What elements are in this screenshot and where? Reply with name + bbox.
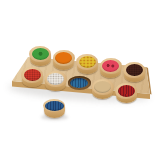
board-slot-r1c2[interactable] bbox=[53, 50, 77, 71]
piece-red-sandpaper-disc[interactable] bbox=[21, 67, 43, 88]
loose-piece-blue-disc[interactable] bbox=[43, 99, 65, 119]
board-slot-r2c1[interactable] bbox=[21, 67, 45, 88]
piece-face bbox=[32, 48, 49, 60]
board-slot-r2c3[interactable] bbox=[68, 75, 92, 96]
piece-face bbox=[55, 52, 72, 64]
piece-face bbox=[94, 81, 111, 93]
board-slot-r2c2[interactable] bbox=[45, 71, 69, 92]
piece-face bbox=[102, 60, 119, 72]
recess-texture-pad bbox=[70, 78, 88, 88]
board-slot-r2c4[interactable] bbox=[92, 79, 116, 100]
piece-orange-disc[interactable] bbox=[53, 50, 75, 71]
piece-dark-brown-disc[interactable] bbox=[123, 62, 145, 83]
board-slot-r1c5[interactable] bbox=[123, 62, 147, 83]
piece-face bbox=[79, 56, 96, 68]
piece-dark-red-ribbed-disc[interactable] bbox=[115, 83, 137, 104]
board-slot-r1c3[interactable] bbox=[76, 54, 100, 75]
piece-tan-smooth-disc[interactable] bbox=[92, 79, 114, 100]
piece-green-disc[interactable] bbox=[29, 46, 51, 67]
loose-piece-face bbox=[45, 101, 64, 111]
piece-face bbox=[47, 73, 64, 85]
piece-face bbox=[118, 85, 135, 97]
piece-white-glitter-disc[interactable] bbox=[45, 71, 67, 92]
piece-pink-button-disc[interactable] bbox=[100, 58, 122, 79]
piece-face bbox=[24, 69, 41, 81]
empty-recess[interactable] bbox=[68, 76, 91, 90]
board-slot-r1c1[interactable] bbox=[29, 46, 53, 67]
piece-yellow-dotted-disc[interactable] bbox=[76, 54, 98, 75]
board-grid bbox=[29, 46, 147, 88]
board-slot-r1c4[interactable] bbox=[100, 58, 124, 79]
product-photo-stage bbox=[0, 0, 160, 160]
piece-face bbox=[126, 64, 143, 76]
board-slot-r2c5[interactable] bbox=[115, 83, 139, 104]
